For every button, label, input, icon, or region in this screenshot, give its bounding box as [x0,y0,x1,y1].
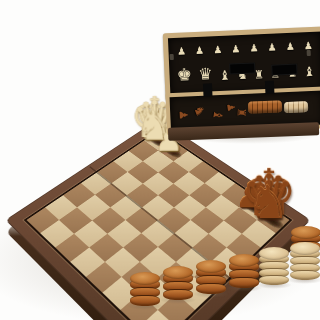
checker-top-face [291,226,320,239]
brown-checker-stack [229,254,259,288]
checker-stacks [0,0,320,320]
checker-top-face [259,247,289,260]
cream-checker-stack [259,247,289,285]
product-photo: ♜♞♝♛♚♝♞♜♟♟♟♟♟♟♟♟♟♟♟♟♟♟♟♟♜♞♝♛♚♝♞♜ ♟♟♟♟♟♟♟… [0,0,320,320]
brown-checker-stack [163,266,193,300]
brown-checker-stack [196,260,226,294]
cream-checker [259,275,289,285]
checker-top-face [130,272,160,285]
brown-checker-stack [130,272,160,306]
checker-top-face [290,242,320,255]
cream-checker [290,270,320,280]
checker-top-face [229,254,259,267]
checker-top-face [163,266,193,279]
brown-checker [196,283,226,294]
brown-checker [229,277,259,288]
checker-top-face [196,260,226,273]
brown-checker [163,289,193,300]
brown-checker [130,295,160,306]
cream-checker-stack [290,242,320,280]
